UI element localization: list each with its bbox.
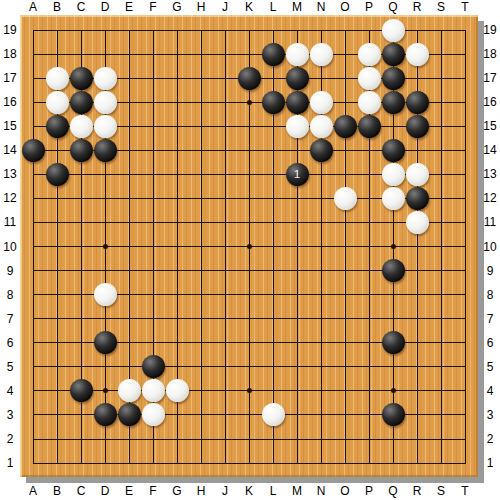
coord-label-left-8: 8 [7,288,14,302]
coord-label-bottom-p: P [365,484,373,498]
stone-black-q9[interactable] [382,259,405,282]
coord-label-bottom-a: A [29,484,37,498]
coord-label-bottom-q: Q [388,484,397,498]
coord-label-top-h: H [197,0,206,14]
coord-label-top-s: S [437,0,445,14]
grid-line-vertical [225,30,226,464]
stone-white-c15[interactable] [70,115,93,138]
coord-label-top-q: Q [388,0,397,14]
coord-label-left-14: 14 [3,143,16,157]
star-point-q10 [391,244,396,249]
stone-white-d17[interactable] [94,67,117,90]
coord-label-left-19: 19 [3,23,16,37]
star-point-q4 [391,388,396,393]
coord-label-right-7: 7 [487,312,494,326]
go-diagram-page: 1 AABBCCDDEEFFGGHHJJKKLLMMNNOOPPQQRRSSTT… [0,0,500,500]
stone-black-c4[interactable] [70,379,93,402]
coord-label-right-11: 11 [484,215,496,229]
coord-label-top-n: N [317,0,326,14]
coord-label-right-15: 15 [483,119,496,133]
coord-label-left-13: 13 [3,167,16,181]
stone-white-p16[interactable] [358,91,381,114]
coord-label-bottom-o: O [340,484,349,498]
coord-label-right-14: 14 [483,143,496,157]
coord-label-left-3: 3 [7,408,14,422]
coord-label-right-10: 10 [483,240,496,254]
coord-label-right-5: 5 [487,360,494,374]
stone-white-r11[interactable] [406,211,429,234]
coord-label-right-13: 13 [483,167,496,181]
coord-label-bottom-d: D [101,484,110,498]
coord-label-left-9: 9 [7,264,14,278]
stone-white-r13[interactable] [406,163,429,186]
grid-line-vertical [345,30,346,464]
coord-label-bottom-t: T [461,484,468,498]
star-point-k16 [247,100,252,105]
coord-label-top-l: L [270,0,277,14]
star-point-d4 [103,388,108,393]
coord-label-bottom-c: C [77,484,86,498]
coord-label-right-9: 9 [487,264,494,278]
coord-label-top-f: F [149,0,156,14]
stone-white-r18[interactable] [406,43,429,66]
coord-label-top-d: D [101,0,110,14]
coord-label-bottom-e: E [125,484,133,498]
coord-label-bottom-r: R [413,484,422,498]
coord-label-bottom-m: M [292,484,302,498]
coord-label-left-12: 12 [3,191,16,205]
stone-white-b17[interactable] [46,67,69,90]
coord-label-bottom-h: H [197,484,206,498]
stone-black-c16[interactable] [70,91,93,114]
stone-black-d14[interactable] [94,139,117,162]
stone-black-c17[interactable] [70,67,93,90]
coord-label-left-18: 18 [3,47,16,61]
stone-black-d3[interactable] [94,403,117,426]
stone-black-k17[interactable] [238,67,261,90]
coord-label-right-3: 3 [487,408,494,422]
coord-label-top-o: O [340,0,349,14]
coord-label-bottom-l: L [270,484,277,498]
stone-black-o15[interactable] [334,115,357,138]
coord-label-top-j: J [222,0,228,14]
stone-black-b15[interactable] [46,115,69,138]
stone-black-q18[interactable] [382,43,405,66]
coord-label-left-4: 4 [7,384,14,398]
star-point-k10 [247,244,252,249]
stone-black-q14[interactable] [382,139,405,162]
stone-black-r12[interactable] [406,187,429,210]
stone-black-f5[interactable] [142,355,165,378]
star-point-d10 [103,244,108,249]
coord-label-top-b: B [53,0,61,14]
coord-label-left-5: 5 [7,360,14,374]
coord-label-right-1: 1 [487,456,494,470]
coord-label-right-4: 4 [487,384,494,398]
stone-white-d16[interactable] [94,91,117,114]
stone-white-e4[interactable] [118,379,141,402]
coord-label-top-a: A [29,0,37,14]
stone-black-l16[interactable] [262,91,285,114]
coord-label-bottom-s: S [437,484,445,498]
stone-white-m18[interactable] [286,43,309,66]
coord-label-bottom-g: G [172,484,181,498]
grid-line-horizontal [33,366,466,367]
stone-black-b13[interactable] [46,163,69,186]
coord-label-right-16: 16 [483,95,496,109]
stone-white-q12[interactable] [382,187,405,210]
coord-label-bottom-n: N [317,484,326,498]
coord-label-top-c: C [77,0,86,14]
stone-black-m16[interactable] [286,91,309,114]
stone-black-d6[interactable] [94,331,117,354]
stone-white-l3[interactable] [262,403,285,426]
stone-black-r15[interactable] [406,115,429,138]
stone-black-e3[interactable] [118,403,141,426]
coord-label-bottom-b: B [53,484,61,498]
coord-label-top-e: E [125,0,133,14]
coord-label-right-17: 17 [483,71,496,85]
coord-label-left-16: 16 [3,95,16,109]
coord-label-left-7: 7 [7,312,14,326]
stone-white-m15[interactable] [286,115,309,138]
stone-black-p15[interactable] [358,115,381,138]
stone-black-q6[interactable] [382,331,405,354]
stone-white-b16[interactable] [46,91,69,114]
coord-label-right-19: 19 [483,23,496,37]
coord-label-right-12: 12 [483,191,496,205]
grid-line-horizontal [33,222,466,223]
grid-line-horizontal [33,439,466,440]
coord-label-left-1: 1 [7,456,14,470]
stone-white-n18[interactable] [310,43,333,66]
stone-white-f3[interactable] [142,403,165,426]
stone-white-n15[interactable] [310,115,333,138]
coord-label-left-17: 17 [3,71,16,85]
grid-line-vertical [201,30,202,464]
grid-line-horizontal [33,318,466,319]
stone-black-l18[interactable] [262,43,285,66]
star-point-k4 [247,388,252,393]
coord-label-top-p: P [365,0,373,14]
coord-label-left-10: 10 [3,240,16,254]
stone-black-m17[interactable] [286,67,309,90]
coord-label-right-2: 2 [487,432,494,446]
coord-label-bottom-k: K [245,484,253,498]
grid-line-vertical [465,30,466,464]
stone-black-q16[interactable] [382,91,405,114]
coord-label-bottom-f: F [149,484,156,498]
coord-label-right-18: 18 [483,47,496,61]
stone-white-o12[interactable] [334,187,357,210]
coord-label-right-8: 8 [487,288,494,302]
coord-label-left-15: 15 [3,119,16,133]
stone-black-q17[interactable] [382,67,405,90]
coord-label-top-t: T [461,0,468,14]
move-number-label-m13: 1 [286,163,309,186]
coord-label-right-6: 6 [487,336,494,350]
coord-label-left-11: 11 [4,215,16,229]
stone-white-n16[interactable] [310,91,333,114]
stone-white-q19[interactable] [382,19,405,42]
coord-label-top-g: G [172,0,181,14]
stone-white-f4[interactable] [142,379,165,402]
stone-black-q3[interactable] [382,403,405,426]
stone-white-g4[interactable] [166,379,189,402]
stone-white-q13[interactable] [382,163,405,186]
grid-line-vertical [33,30,34,464]
stone-black-r16[interactable] [406,91,429,114]
stone-black-n14[interactable] [310,139,333,162]
grid-line-vertical [441,30,442,464]
grid-line-horizontal [33,463,466,464]
stone-white-p17[interactable] [358,67,381,90]
coord-label-left-2: 2 [7,432,14,446]
coord-label-left-6: 6 [7,336,14,350]
stone-black-c14[interactable] [70,139,93,162]
stone-white-p18[interactable] [358,43,381,66]
stone-black-a14[interactable] [22,139,45,162]
coord-label-bottom-j: J [222,484,228,498]
coord-label-top-m: M [292,0,302,14]
coord-label-top-r: R [413,0,422,14]
coord-label-top-k: K [245,0,253,14]
go-board[interactable]: 1 [20,15,478,477]
stone-white-d15[interactable] [94,115,117,138]
stone-white-d8[interactable] [94,283,117,306]
